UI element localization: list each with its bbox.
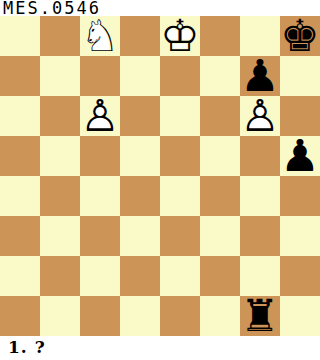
square-h8[interactable]: ♚ (280, 16, 320, 56)
square-b2[interactable] (40, 256, 80, 296)
white-knight-c8[interactable]: ♞♘ (80, 16, 120, 56)
square-a6[interactable] (0, 96, 40, 136)
square-c8[interactable]: ♞♘ (80, 16, 120, 56)
square-h3[interactable] (280, 216, 320, 256)
white-pawn-icon-fill: ♟ (80, 96, 120, 136)
square-d8[interactable] (120, 16, 160, 56)
square-e6[interactable] (160, 96, 200, 136)
square-g2[interactable] (240, 256, 280, 296)
square-c3[interactable] (80, 216, 120, 256)
square-e1[interactable] (160, 296, 200, 336)
square-c7[interactable] (80, 56, 120, 96)
black-rook-g1[interactable]: ♜ (240, 296, 280, 336)
white-knight-icon-fill: ♞ (80, 16, 120, 56)
square-a7[interactable] (0, 56, 40, 96)
square-a3[interactable] (0, 216, 40, 256)
square-e7[interactable] (160, 56, 200, 96)
square-g3[interactable] (240, 216, 280, 256)
white-pawn-icon-fill: ♟ (240, 96, 280, 136)
square-h6[interactable] (280, 96, 320, 136)
square-h1[interactable] (280, 296, 320, 336)
black-pawn-icon: ♟ (240, 56, 280, 96)
square-f6[interactable] (200, 96, 240, 136)
white-knight-icon: ♘ (80, 16, 120, 56)
square-a4[interactable] (0, 176, 40, 216)
square-h2[interactable] (280, 256, 320, 296)
square-c6[interactable]: ♟♙ (80, 96, 120, 136)
square-e3[interactable] (160, 216, 200, 256)
square-d6[interactable] (120, 96, 160, 136)
chess-program-window: MES.0546 ♞♘♚♔♚♟♟♙♟♙♟♜ 1. ? (0, 0, 320, 360)
square-c1[interactable] (80, 296, 120, 336)
square-a1[interactable] (0, 296, 40, 336)
black-pawn-h5[interactable]: ♟ (280, 136, 320, 176)
black-king-h8[interactable]: ♚ (280, 16, 320, 56)
square-h7[interactable] (280, 56, 320, 96)
square-f2[interactable] (200, 256, 240, 296)
square-b3[interactable] (40, 216, 80, 256)
puzzle-id: MES.0546 (0, 0, 320, 16)
white-king-icon-fill: ♚ (160, 16, 200, 56)
black-king-icon: ♚ (280, 16, 320, 56)
square-b4[interactable] (40, 176, 80, 216)
square-a5[interactable] (0, 136, 40, 176)
square-f7[interactable] (200, 56, 240, 96)
square-d1[interactable] (120, 296, 160, 336)
square-g4[interactable] (240, 176, 280, 216)
square-g5[interactable] (240, 136, 280, 176)
square-e8[interactable]: ♚♔ (160, 16, 200, 56)
square-f1[interactable] (200, 296, 240, 336)
square-g8[interactable] (240, 16, 280, 56)
square-h4[interactable] (280, 176, 320, 216)
move-prompt: 1. ? (0, 336, 320, 360)
square-b1[interactable] (40, 296, 80, 336)
square-f5[interactable] (200, 136, 240, 176)
white-pawn-icon: ♙ (80, 96, 120, 136)
square-d7[interactable] (120, 56, 160, 96)
square-g7[interactable]: ♟ (240, 56, 280, 96)
white-pawn-c6[interactable]: ♟♙ (80, 96, 120, 136)
black-pawn-g7[interactable]: ♟ (240, 56, 280, 96)
square-f4[interactable] (200, 176, 240, 216)
chess-board: ♞♘♚♔♚♟♟♙♟♙♟♜ (0, 16, 320, 336)
square-e5[interactable] (160, 136, 200, 176)
square-e2[interactable] (160, 256, 200, 296)
square-a8[interactable] (0, 16, 40, 56)
square-b7[interactable] (40, 56, 80, 96)
square-b5[interactable] (40, 136, 80, 176)
black-pawn-icon: ♟ (280, 136, 320, 176)
white-pawn-g6[interactable]: ♟♙ (240, 96, 280, 136)
white-pawn-icon: ♙ (240, 96, 280, 136)
square-f3[interactable] (200, 216, 240, 256)
square-b6[interactable] (40, 96, 80, 136)
square-f8[interactable] (200, 16, 240, 56)
square-d5[interactable] (120, 136, 160, 176)
square-h5[interactable]: ♟ (280, 136, 320, 176)
square-g6[interactable]: ♟♙ (240, 96, 280, 136)
square-c2[interactable] (80, 256, 120, 296)
square-g1[interactable]: ♜ (240, 296, 280, 336)
square-b8[interactable] (40, 16, 80, 56)
square-d2[interactable] (120, 256, 160, 296)
square-c4[interactable] (80, 176, 120, 216)
black-rook-icon: ♜ (240, 296, 280, 336)
square-d4[interactable] (120, 176, 160, 216)
square-c5[interactable] (80, 136, 120, 176)
square-d3[interactable] (120, 216, 160, 256)
square-a2[interactable] (0, 256, 40, 296)
white-king-icon: ♔ (160, 16, 200, 56)
square-e4[interactable] (160, 176, 200, 216)
white-king-e8[interactable]: ♚♔ (160, 16, 200, 56)
